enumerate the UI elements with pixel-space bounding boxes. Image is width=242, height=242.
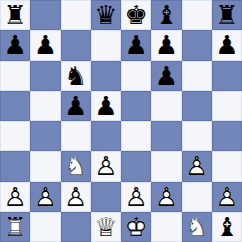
white-pawn-piece[interactable]: ♟♙ xyxy=(182,151,212,181)
square-g5[interactable] xyxy=(182,91,212,121)
piece-outline-layer: ♙ xyxy=(61,182,91,212)
square-f4[interactable] xyxy=(151,121,181,151)
square-h2[interactable]: ♟♙ xyxy=(212,182,242,212)
black-pawn-piece[interactable]: ♟ xyxy=(151,61,181,91)
square-g1[interactable]: ♞♘ xyxy=(182,212,212,242)
square-a1[interactable]: ♜♖ xyxy=(0,212,30,242)
piece-glyph: ♟ xyxy=(151,30,181,60)
white-pawn-piece[interactable]: ♟♙ xyxy=(91,151,121,181)
square-c6[interactable]: ♞ xyxy=(61,61,91,91)
square-c2[interactable]: ♟♙ xyxy=(61,182,91,212)
white-pawn-piece[interactable]: ♟♙ xyxy=(121,182,151,212)
white-queen-piece[interactable]: ♛♕ xyxy=(91,212,121,242)
piece-glyph: ♟ xyxy=(91,91,121,121)
square-e5[interactable] xyxy=(121,91,151,121)
square-a7[interactable]: ♟ xyxy=(0,30,30,60)
piece-glyph: ♝ xyxy=(212,212,242,242)
square-g3[interactable]: ♟♙ xyxy=(182,151,212,181)
piece-outline-layer: ♖ xyxy=(0,212,30,242)
black-queen-piece[interactable]: ♛ xyxy=(91,0,121,30)
square-f1[interactable] xyxy=(151,212,181,242)
square-h3[interactable] xyxy=(212,151,242,181)
square-c7[interactable] xyxy=(61,30,91,60)
piece-glyph: ♟ xyxy=(30,30,60,60)
piece-outline-layer: ♙ xyxy=(182,151,212,181)
piece-glyph: ♜ xyxy=(0,0,30,30)
white-knight-piece[interactable]: ♞♘ xyxy=(61,151,91,181)
square-a8[interactable]: ♜ xyxy=(0,0,30,30)
piece-outline-layer: ♙ xyxy=(30,182,60,212)
square-a2[interactable]: ♟♙ xyxy=(0,182,30,212)
square-e1[interactable]: ♚♔ xyxy=(121,212,151,242)
piece-outline-layer: ♙ xyxy=(121,182,151,212)
white-pawn-piece[interactable]: ♟♙ xyxy=(30,182,60,212)
square-f5[interactable] xyxy=(151,91,181,121)
white-king-piece[interactable]: ♚♔ xyxy=(121,212,151,242)
square-h6[interactable] xyxy=(212,61,242,91)
piece-outline-layer: ♙ xyxy=(212,182,242,212)
piece-outline-layer: ♔ xyxy=(121,212,151,242)
square-h8[interactable]: ♜ xyxy=(212,0,242,30)
square-c8[interactable] xyxy=(61,0,91,30)
black-bishop-piece[interactable]: ♝ xyxy=(151,0,181,30)
piece-glyph: ♜ xyxy=(212,0,242,30)
square-e3[interactable] xyxy=(121,151,151,181)
square-f2[interactable]: ♟♙ xyxy=(151,182,181,212)
square-g6[interactable] xyxy=(182,61,212,91)
square-a4[interactable] xyxy=(0,121,30,151)
square-d7[interactable] xyxy=(91,30,121,60)
square-a6[interactable] xyxy=(0,61,30,91)
square-e8[interactable]: ♚ xyxy=(121,0,151,30)
black-pawn-piece[interactable]: ♟ xyxy=(61,91,91,121)
square-f3[interactable] xyxy=(151,151,181,181)
square-e6[interactable] xyxy=(121,61,151,91)
black-knight-piece[interactable]: ♞ xyxy=(61,61,91,91)
square-a5[interactable] xyxy=(0,91,30,121)
piece-outline-layer: ♘ xyxy=(61,151,91,181)
black-rook-piece[interactable]: ♜ xyxy=(0,0,30,30)
square-b8[interactable] xyxy=(30,0,60,30)
white-knight-piece[interactable]: ♞♘ xyxy=(182,212,212,242)
square-d3[interactable]: ♟♙ xyxy=(91,151,121,181)
piece-glyph: ♝ xyxy=(151,0,181,30)
black-pawn-piece[interactable]: ♟ xyxy=(151,30,181,60)
black-rook-piece[interactable]: ♜ xyxy=(212,0,242,30)
black-pawn-piece[interactable]: ♟ xyxy=(91,91,121,121)
chess-board: ♜♛♚♝♜♟♟♟♟♟♞♟♟♟♞♘♟♙♟♙♟♙♟♙♟♙♟♙♟♙♟♙♜♖♛♕♚♔♞♘… xyxy=(0,0,242,242)
piece-glyph: ♚ xyxy=(121,0,151,30)
piece-outline-layer: ♙ xyxy=(0,182,30,212)
piece-glyph: ♟ xyxy=(212,30,242,60)
piece-glyph: ♟ xyxy=(0,30,30,60)
square-c4[interactable] xyxy=(61,121,91,151)
square-b3[interactable] xyxy=(30,151,60,181)
square-e4[interactable] xyxy=(121,121,151,151)
square-g7[interactable] xyxy=(182,30,212,60)
square-e7[interactable]: ♟ xyxy=(121,30,151,60)
square-c1[interactable] xyxy=(61,212,91,242)
piece-outline-layer: ♕ xyxy=(91,212,121,242)
square-d6[interactable] xyxy=(91,61,121,91)
square-g8[interactable] xyxy=(182,0,212,30)
square-b1[interactable] xyxy=(30,212,60,242)
black-bishop-piece[interactable]: ♝ xyxy=(212,212,242,242)
square-a3[interactable] xyxy=(0,151,30,181)
square-d2[interactable] xyxy=(91,182,121,212)
black-king-piece[interactable]: ♚ xyxy=(121,0,151,30)
black-pawn-piece[interactable]: ♟ xyxy=(30,30,60,60)
square-g2[interactable] xyxy=(182,182,212,212)
white-pawn-piece[interactable]: ♟♙ xyxy=(212,182,242,212)
square-d8[interactable]: ♛ xyxy=(91,0,121,30)
square-b4[interactable] xyxy=(30,121,60,151)
square-h1[interactable]: ♝ xyxy=(212,212,242,242)
square-h7[interactable]: ♟ xyxy=(212,30,242,60)
piece-outline-layer: ♘ xyxy=(182,212,212,242)
piece-outline-layer: ♙ xyxy=(91,151,121,181)
square-f6[interactable]: ♟ xyxy=(151,61,181,91)
square-b6[interactable] xyxy=(30,61,60,91)
square-f8[interactable]: ♝ xyxy=(151,0,181,30)
piece-glyph: ♞ xyxy=(61,61,91,91)
piece-outline-layer: ♙ xyxy=(151,182,181,212)
square-d5[interactable]: ♟ xyxy=(91,91,121,121)
square-d4[interactable] xyxy=(91,121,121,151)
black-pawn-piece[interactable]: ♟ xyxy=(0,30,30,60)
piece-glyph: ♟ xyxy=(121,30,151,60)
piece-glyph: ♟ xyxy=(151,61,181,91)
white-pawn-piece[interactable]: ♟♙ xyxy=(61,182,91,212)
square-h5[interactable] xyxy=(212,91,242,121)
piece-glyph: ♟ xyxy=(61,91,91,121)
piece-glyph: ♛ xyxy=(91,0,121,30)
square-c5[interactable]: ♟ xyxy=(61,91,91,121)
white-rook-piece[interactable]: ♜♖ xyxy=(0,212,30,242)
square-d1[interactable]: ♛♕ xyxy=(91,212,121,242)
square-b5[interactable] xyxy=(30,91,60,121)
square-e2[interactable]: ♟♙ xyxy=(121,182,151,212)
square-b2[interactable]: ♟♙ xyxy=(30,182,60,212)
square-g4[interactable] xyxy=(182,121,212,151)
square-h4[interactable] xyxy=(212,121,242,151)
white-pawn-piece[interactable]: ♟♙ xyxy=(0,182,30,212)
square-f7[interactable]: ♟ xyxy=(151,30,181,60)
square-c3[interactable]: ♞♘ xyxy=(61,151,91,181)
square-b7[interactable]: ♟ xyxy=(30,30,60,60)
black-pawn-piece[interactable]: ♟ xyxy=(212,30,242,60)
black-pawn-piece[interactable]: ♟ xyxy=(121,30,151,60)
white-pawn-piece[interactable]: ♟♙ xyxy=(151,182,181,212)
